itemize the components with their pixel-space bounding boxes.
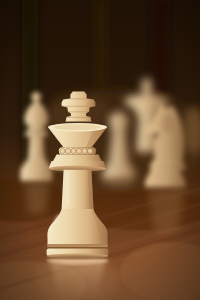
chess-photo-scene: Close-up photograph of cream-coloured wo… (0, 0, 200, 300)
vignette (0, 0, 200, 300)
scene-canvas (0, 0, 200, 300)
